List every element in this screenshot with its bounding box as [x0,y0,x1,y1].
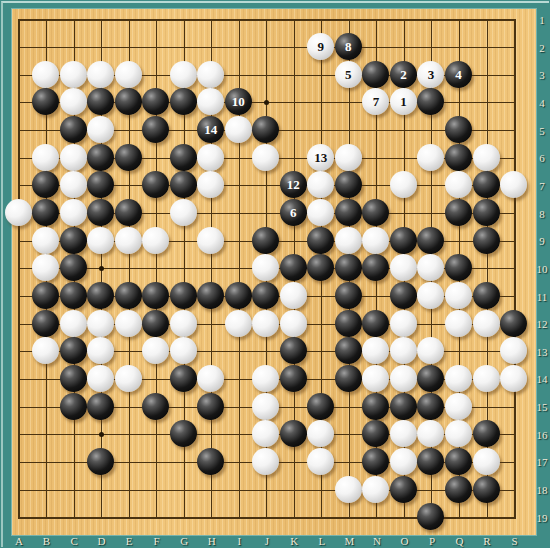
stone-white [307,171,334,198]
stone-black [473,282,500,309]
stone-white [87,116,114,143]
stone-black [252,282,279,309]
stone-black [87,171,114,198]
stone-black [60,282,87,309]
stone-black [390,393,417,420]
stone-white [32,227,59,254]
stone-black [60,365,87,392]
stone-white [197,61,224,88]
stone-black [32,88,59,115]
stone-black [445,199,472,226]
col-label: K [290,535,298,547]
stone-black [115,88,142,115]
stone-white [417,254,444,281]
stone-black [60,227,87,254]
row-label: 3 [539,69,545,81]
stone-black [170,88,197,115]
row-label: 2 [539,42,545,54]
stone-black [362,254,389,281]
stone-black [225,282,252,309]
stone-black [87,88,114,115]
stone-white [60,199,87,226]
stone-white [197,144,224,171]
col-label: A [15,535,23,547]
stone-white [197,365,224,392]
stone-black [473,171,500,198]
stone-white [307,448,334,475]
stone-white [60,144,87,171]
col-label: N [373,535,381,547]
stone-black [142,171,169,198]
stone-black [445,116,472,143]
stone-white [115,310,142,337]
stone-white [60,88,87,115]
stone-black [307,254,334,281]
stone-white [307,199,334,226]
stone-white [390,171,417,198]
stone-white-numbered: 1 [390,88,417,115]
stone-white [252,448,279,475]
stone-black-numbered: 4 [445,61,472,88]
stone-white [142,227,169,254]
grid-line [514,20,516,519]
row-label: 6 [539,152,545,164]
stone-black [32,310,59,337]
stone-white [87,61,114,88]
col-label: G [180,535,188,547]
stone-white-numbered: 13 [307,144,334,171]
stone-white [252,254,279,281]
col-label: R [483,535,490,547]
stone-white [473,310,500,337]
row-label: 13 [537,346,548,358]
stone-black-numbered: 6 [280,199,307,226]
stone-black [417,393,444,420]
stone-black [280,420,307,447]
stone-white [32,254,59,281]
col-label: E [126,535,133,547]
stone-black [390,282,417,309]
stone-black [197,448,224,475]
stone-black [445,254,472,281]
col-label: J [265,535,269,547]
stone-black [252,116,279,143]
stone-black-numbered: 8 [335,33,362,60]
stone-black [362,448,389,475]
stone-white [445,171,472,198]
stone-black [473,199,500,226]
col-label: B [43,535,50,547]
stone-white [473,365,500,392]
go-diagram-window: 98523410711413126 ABCDEFGHIJKLMNOPQRS 12… [0,0,550,548]
stone-black [445,144,472,171]
stone-black [115,199,142,226]
stone-white [390,365,417,392]
stone-white [225,310,252,337]
col-label: F [154,535,160,547]
stone-white [390,448,417,475]
stone-black [473,420,500,447]
stone-white [445,393,472,420]
stone-black [390,227,417,254]
stone-white [225,116,252,143]
col-label: S [511,535,517,547]
grid-line [18,490,516,491]
stone-white [417,420,444,447]
stone-white-numbered: 7 [362,88,389,115]
stone-black [142,282,169,309]
stone-white [252,310,279,337]
stone-white [307,420,334,447]
stone-black [142,393,169,420]
stone-black [87,393,114,420]
stone-black [362,420,389,447]
stone-black [335,254,362,281]
stone-black [280,337,307,364]
stone-black [335,310,362,337]
stone-white [170,61,197,88]
stone-black [87,448,114,475]
row-label: 9 [539,235,545,247]
stone-black [87,282,114,309]
stone-black [32,171,59,198]
stone-black [32,199,59,226]
stone-white [335,476,362,503]
stone-white [390,310,417,337]
stone-black [87,199,114,226]
stone-black [445,476,472,503]
col-label: L [318,535,325,547]
stone-white [500,171,527,198]
stone-black [417,365,444,392]
stone-white [445,310,472,337]
row-label: 14 [537,373,548,385]
stone-black-numbered: 10 [225,88,252,115]
stone-white [87,310,114,337]
stone-white [417,337,444,364]
stone-black [307,393,334,420]
stone-black [362,199,389,226]
stone-white [280,282,307,309]
star-point [99,432,104,437]
stone-white [362,365,389,392]
stone-black [335,365,362,392]
stone-white [390,420,417,447]
stone-black [335,337,362,364]
col-label: Q [455,535,463,547]
stone-black [170,282,197,309]
stone-white [142,337,169,364]
row-label: 8 [539,208,545,220]
row-label: 4 [539,97,545,109]
star-point [99,266,104,271]
stone-white [362,227,389,254]
stone-white [473,448,500,475]
stone-white [115,61,142,88]
stone-black [500,310,527,337]
stone-black [60,337,87,364]
col-label: M [344,535,354,547]
stone-white [362,476,389,503]
stone-white [335,227,362,254]
stone-white [115,365,142,392]
stone-black [252,227,279,254]
stone-black [417,448,444,475]
stone-black [142,116,169,143]
stone-white [197,227,224,254]
stone-black [60,254,87,281]
stone-black [307,227,334,254]
stone-white [32,144,59,171]
stone-white [32,337,59,364]
stone-black-numbered: 14 [197,116,224,143]
stone-black [60,393,87,420]
row-label: 1 [539,14,545,26]
row-label: 15 [537,401,548,413]
row-label: 12 [537,318,548,330]
stone-white [252,144,279,171]
stone-white [60,171,87,198]
col-label: O [400,535,408,547]
stone-black [473,476,500,503]
stone-white [197,88,224,115]
stone-white [417,144,444,171]
col-label: P [429,535,435,547]
stone-white [252,420,279,447]
stone-black [390,476,417,503]
stone-black [197,393,224,420]
stone-black [335,282,362,309]
col-label: D [98,535,106,547]
stone-white-numbered: 3 [417,61,444,88]
go-board[interactable]: 98523410711413126 [12,9,536,535]
stone-black [115,144,142,171]
stone-white [87,365,114,392]
stone-white [473,144,500,171]
stone-black [335,199,362,226]
stone-white-numbered: 5 [335,61,362,88]
stone-white-numbered: 9 [307,33,334,60]
stone-white [417,282,444,309]
stone-white [362,337,389,364]
stone-white [170,337,197,364]
col-label: H [208,535,216,547]
stone-black [170,420,197,447]
col-label: C [70,535,77,547]
stone-black [170,365,197,392]
row-label: 17 [537,456,548,468]
stone-black [417,503,444,530]
stone-black [60,116,87,143]
stone-white [115,227,142,254]
stone-black [197,282,224,309]
stone-white [280,310,307,337]
star-point [264,100,269,105]
stone-white [390,254,417,281]
stone-white [445,365,472,392]
col-label: I [237,535,241,547]
stone-black [32,282,59,309]
stone-white [252,365,279,392]
stone-black [445,448,472,475]
stone-black [473,227,500,254]
stone-black-numbered: 2 [390,61,417,88]
stone-white [87,227,114,254]
stone-white [252,393,279,420]
row-label: 5 [539,125,545,137]
grid-line [18,20,20,519]
row-label: 11 [537,291,548,303]
stone-black [87,144,114,171]
row-label: 19 [537,512,548,524]
stone-black [170,144,197,171]
stone-black [417,88,444,115]
stone-black [417,227,444,254]
stone-white [335,144,362,171]
stone-black [280,254,307,281]
stone-black [170,171,197,198]
stone-black [362,393,389,420]
stone-white [87,337,114,364]
stone-black-numbered: 12 [280,171,307,198]
row-label: 16 [537,429,548,441]
stone-white [5,199,32,226]
stone-black [115,282,142,309]
row-label: 7 [539,180,545,192]
stone-white [445,282,472,309]
stone-white [500,337,527,364]
stone-black [280,365,307,392]
stone-black [362,61,389,88]
stone-white [32,61,59,88]
stone-black [142,310,169,337]
stone-black [362,310,389,337]
stone-black [142,88,169,115]
stone-white [197,171,224,198]
stone-white [500,365,527,392]
stone-white [60,310,87,337]
row-label: 18 [537,484,548,496]
stone-white [170,199,197,226]
stone-white [445,420,472,447]
stone-black [335,171,362,198]
stone-white [170,310,197,337]
stone-white [60,61,87,88]
row-label: 10 [537,263,548,275]
stone-white [390,337,417,364]
